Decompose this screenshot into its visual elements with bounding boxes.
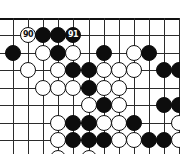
go-board-diagram[interactable]: 9091 — [0, 0, 180, 154]
grid-vertical-line — [13, 18, 14, 155]
go-stone — [111, 80, 128, 97]
go-stone — [96, 132, 113, 149]
go-stone — [20, 62, 37, 79]
stone-move-number: 91 — [68, 31, 78, 39]
go-stone — [81, 80, 98, 97]
go-stone — [96, 45, 113, 62]
go-stone — [81, 132, 98, 149]
go-stone — [50, 27, 67, 44]
go-stone — [35, 45, 52, 62]
go-stone — [81, 62, 98, 79]
go-stone — [156, 97, 173, 114]
go-stone — [141, 45, 158, 62]
go-stone-move-90: 90 — [20, 27, 37, 44]
go-stone — [50, 132, 67, 149]
go-stone — [96, 97, 113, 114]
go-stone — [96, 115, 113, 132]
go-stone — [171, 97, 180, 114]
go-stone — [81, 97, 98, 114]
go-stone — [35, 27, 52, 44]
go-stone — [111, 97, 128, 114]
go-stone — [141, 132, 158, 149]
go-stone — [171, 132, 180, 149]
go-stone — [111, 62, 128, 79]
go-stone — [81, 115, 98, 132]
go-stone — [156, 132, 173, 149]
go-stone — [96, 80, 113, 97]
go-stone — [50, 62, 67, 79]
go-stone — [50, 150, 67, 154]
go-stone — [65, 80, 82, 97]
go-stone — [126, 45, 143, 62]
go-stone — [126, 62, 143, 79]
board-top-edge-line — [0, 18, 180, 21]
go-stone — [81, 150, 98, 154]
go-stone — [65, 115, 82, 132]
go-stone — [171, 62, 180, 79]
go-stone — [5, 45, 22, 62]
go-stone — [126, 132, 143, 149]
go-stone — [96, 62, 113, 79]
go-stone — [35, 80, 52, 97]
go-stone — [111, 132, 128, 149]
stone-move-number: 90 — [23, 31, 33, 39]
go-stone — [65, 132, 82, 149]
go-stone — [65, 62, 82, 79]
go-stone — [50, 80, 67, 97]
go-stone — [111, 115, 128, 132]
go-stone — [126, 115, 143, 132]
go-stone — [50, 45, 67, 62]
go-stone — [50, 115, 67, 132]
go-stone — [156, 62, 173, 79]
go-stone — [65, 45, 82, 62]
go-stone-move-91: 91 — [65, 27, 82, 44]
go-stone — [171, 115, 180, 132]
